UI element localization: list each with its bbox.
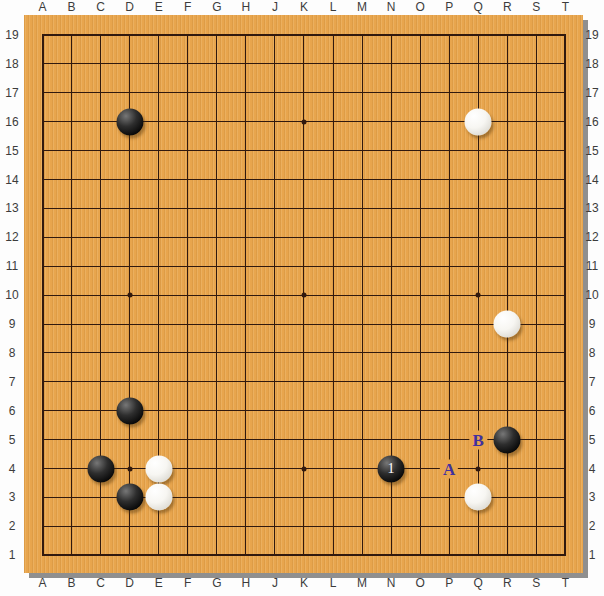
coordinate-label-top: L: [330, 0, 337, 14]
stone-white-Q3: [465, 484, 492, 511]
stone-black-C4: [87, 455, 114, 482]
coordinate-label-top: E: [155, 0, 163, 14]
coordinate-label-top: A: [38, 0, 46, 14]
coordinate-label-bottom: P: [445, 576, 453, 590]
grid-line-horizontal: [42, 324, 567, 325]
coordinate-label-bottom: F: [184, 576, 191, 590]
star-point: [127, 293, 132, 298]
coordinate-label-left: 12: [5, 230, 18, 244]
coordinate-label-left: 2: [9, 519, 16, 533]
stone-black-D16: [116, 108, 143, 135]
coordinate-label-top: T: [562, 0, 569, 14]
coordinate-label-bottom: D: [125, 576, 134, 590]
stone-black-D6: [116, 397, 143, 424]
coordinate-label-top: C: [96, 0, 105, 14]
coordinate-label-top: Q: [474, 0, 483, 14]
coordinate-label-top: D: [125, 0, 134, 14]
coordinate-label-right: 10: [585, 288, 598, 302]
coordinate-label-bottom: K: [300, 576, 308, 590]
star-point: [476, 466, 481, 471]
stone-move-number: 1: [388, 462, 395, 476]
coordinate-label-bottom: N: [387, 576, 396, 590]
stone-black-N4: 1: [378, 455, 405, 482]
coordinate-label-left: 19: [5, 28, 18, 42]
stone-white-E4: [145, 455, 172, 482]
coordinate-label-left: 6: [9, 404, 16, 418]
coordinate-label-top: K: [300, 0, 308, 14]
grid-line-vertical: [536, 34, 537, 556]
coordinate-label-right: 9: [589, 317, 596, 331]
star-point: [127, 466, 132, 471]
coordinate-label-bottom: J: [272, 576, 278, 590]
coordinate-label-right: 12: [585, 230, 598, 244]
coordinate-label-right: 8: [589, 346, 596, 360]
stone-black-R5: [494, 426, 521, 453]
coordinate-label-top: R: [503, 0, 512, 14]
star-point: [301, 119, 306, 124]
grid-line-vertical: [333, 34, 334, 556]
grid-line-vertical: [362, 34, 363, 556]
grid-line-horizontal: [42, 439, 567, 440]
grid-line-horizontal: [42, 554, 567, 556]
coordinate-label-top: H: [242, 0, 251, 14]
stone-white-Q16: [465, 108, 492, 135]
coordinate-label-top: S: [532, 0, 540, 14]
grid-line-horizontal: [42, 352, 567, 353]
coordinate-label-left: 14: [5, 173, 18, 187]
grid-line-vertical: [507, 34, 508, 556]
star-point: [476, 293, 481, 298]
coordinate-label-top: B: [68, 0, 76, 14]
stone-white-R9: [494, 311, 521, 338]
grid-line-vertical: [564, 34, 566, 556]
coordinate-label-right: 14: [585, 173, 598, 187]
coordinate-label-top: P: [445, 0, 453, 14]
coordinate-label-left: 18: [5, 57, 18, 71]
coordinate-label-right: 15: [585, 144, 598, 158]
go-diagram-page: AABBCCDDEEFFGGHHJJKKLLMMNNOOPPQQRRSSTT19…: [0, 0, 604, 596]
coordinate-label-left: 13: [5, 201, 18, 215]
move-option-label-A: A: [440, 459, 458, 478]
coordinate-label-top: N: [387, 0, 396, 14]
coordinate-label-left: 1: [9, 548, 16, 562]
coordinate-label-left: 17: [5, 86, 18, 100]
coordinate-label-bottom: R: [503, 576, 512, 590]
coordinate-label-bottom: E: [155, 576, 163, 590]
coordinate-label-bottom: M: [357, 576, 367, 590]
coordinate-label-right: 3: [589, 490, 596, 504]
coordinate-label-left: 16: [5, 115, 18, 129]
coordinate-label-right: 2: [589, 519, 596, 533]
coordinate-label-bottom: Q: [474, 576, 483, 590]
stone-black-D3: [116, 484, 143, 511]
coordinate-label-left: 10: [5, 288, 18, 302]
grid-line-horizontal: [42, 381, 567, 382]
coordinate-label-right: 6: [589, 404, 596, 418]
coordinate-label-right: 5: [589, 433, 596, 447]
move-option-label-B: B: [470, 430, 487, 449]
coordinate-label-right: 11: [586, 259, 598, 273]
coordinate-label-left: 9: [9, 317, 16, 331]
coordinate-label-bottom: G: [212, 576, 221, 590]
grid-line-vertical: [420, 34, 421, 556]
coordinate-label-right: 16: [585, 115, 598, 129]
coordinate-label-left: 15: [5, 144, 18, 158]
coordinate-label-left: 5: [9, 433, 16, 447]
coordinate-label-bottom: O: [415, 576, 424, 590]
grid-line-horizontal: [42, 526, 567, 527]
stone-white-E3: [145, 484, 172, 511]
coordinate-label-top: M: [357, 0, 367, 14]
coordinate-label-left: 11: [6, 259, 18, 273]
coordinate-label-right: 13: [585, 201, 598, 215]
coordinate-label-right: 4: [589, 462, 596, 476]
coordinate-label-bottom: H: [242, 576, 251, 590]
coordinate-label-bottom: C: [96, 576, 105, 590]
coordinate-label-left: 8: [9, 346, 16, 360]
coordinate-label-right: 1: [589, 548, 596, 562]
coordinate-label-left: 3: [9, 490, 16, 504]
coordinate-label-bottom: L: [330, 576, 337, 590]
coordinate-label-left: 4: [9, 462, 16, 476]
coordinate-label-right: 7: [589, 375, 596, 389]
coordinate-label-right: 18: [585, 57, 598, 71]
coordinate-label-bottom: A: [38, 576, 46, 590]
coordinate-label-right: 19: [585, 28, 598, 42]
coordinate-label-bottom: B: [68, 576, 76, 590]
coordinate-label-bottom: S: [532, 576, 540, 590]
coordinate-label-right: 17: [585, 86, 598, 100]
star-point: [301, 466, 306, 471]
star-point: [301, 293, 306, 298]
coordinate-label-top: G: [212, 0, 221, 14]
coordinate-label-top: F: [184, 0, 191, 14]
coordinate-label-left: 7: [9, 375, 16, 389]
coordinate-label-bottom: T: [562, 576, 569, 590]
coordinate-label-top: O: [415, 0, 424, 14]
coordinate-label-top: J: [272, 0, 278, 14]
